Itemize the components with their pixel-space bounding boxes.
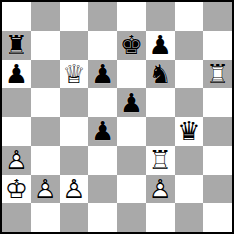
square-g6[interactable] xyxy=(175,60,204,89)
black-pawn[interactable]: ♟ xyxy=(91,61,114,87)
black-pawn[interactable]: ♟ xyxy=(148,32,171,58)
square-d7[interactable] xyxy=(88,31,117,60)
square-d8[interactable] xyxy=(88,2,117,31)
square-h1[interactable] xyxy=(203,203,232,232)
piece-outline-layer: ♙ xyxy=(148,174,171,204)
black-pawn[interactable]: ♟ xyxy=(120,90,143,116)
square-h8[interactable] xyxy=(203,2,232,31)
square-g1[interactable] xyxy=(175,203,204,232)
square-c8[interactable] xyxy=(60,2,89,31)
square-c4[interactable] xyxy=(60,117,89,146)
square-b3[interactable] xyxy=(31,146,60,175)
black-knight[interactable]: ♞ xyxy=(148,61,171,87)
square-d2[interactable] xyxy=(88,175,117,204)
square-a6[interactable]: ♟ xyxy=(2,60,31,89)
square-c5[interactable] xyxy=(60,88,89,117)
piece-outline-layer: ♕ xyxy=(62,59,85,89)
square-b6[interactable] xyxy=(31,60,60,89)
square-a8[interactable] xyxy=(2,2,31,31)
square-e7[interactable]: ♚ xyxy=(117,31,146,60)
square-a2[interactable]: ♚♔ xyxy=(2,175,31,204)
black-rook[interactable]: ♜ xyxy=(5,32,28,58)
square-b4[interactable] xyxy=(31,117,60,146)
square-h6[interactable]: ♜♖ xyxy=(203,60,232,89)
square-b1[interactable] xyxy=(31,203,60,232)
square-a7[interactable]: ♜ xyxy=(2,31,31,60)
square-g5[interactable] xyxy=(175,88,204,117)
square-a5[interactable] xyxy=(2,88,31,117)
square-a1[interactable] xyxy=(2,203,31,232)
square-f2[interactable]: ♟♙ xyxy=(146,175,175,204)
square-h4[interactable] xyxy=(203,117,232,146)
piece-outline-layer: ♖ xyxy=(206,59,229,89)
square-d5[interactable] xyxy=(88,88,117,117)
square-e1[interactable] xyxy=(117,203,146,232)
square-d6[interactable]: ♟ xyxy=(88,60,117,89)
black-pawn[interactable]: ♟ xyxy=(91,118,114,144)
square-h7[interactable] xyxy=(203,31,232,60)
square-e4[interactable] xyxy=(117,117,146,146)
square-f3[interactable]: ♜♖ xyxy=(146,146,175,175)
black-pawn[interactable]: ♟ xyxy=(5,61,28,87)
black-queen[interactable]: ♛ xyxy=(177,118,200,144)
square-c2[interactable]: ♟♙ xyxy=(60,175,89,204)
square-f5[interactable] xyxy=(146,88,175,117)
white-king[interactable]: ♚♔ xyxy=(5,176,28,202)
square-f6[interactable]: ♞ xyxy=(146,60,175,89)
square-c1[interactable] xyxy=(60,203,89,232)
piece-outline-layer: ♙ xyxy=(33,174,56,204)
square-f8[interactable] xyxy=(146,2,175,31)
square-b5[interactable] xyxy=(31,88,60,117)
square-d1[interactable] xyxy=(88,203,117,232)
square-g7[interactable] xyxy=(175,31,204,60)
white-pawn[interactable]: ♟♙ xyxy=(33,176,56,202)
white-rook[interactable]: ♜♖ xyxy=(148,147,171,173)
square-g4[interactable]: ♛ xyxy=(175,117,204,146)
square-c6[interactable]: ♛♕ xyxy=(60,60,89,89)
square-e3[interactable] xyxy=(117,146,146,175)
white-pawn[interactable]: ♟♙ xyxy=(62,176,85,202)
white-pawn[interactable]: ♟♙ xyxy=(148,176,171,202)
square-d3[interactable] xyxy=(88,146,117,175)
square-a4[interactable] xyxy=(2,117,31,146)
square-f1[interactable] xyxy=(146,203,175,232)
square-a3[interactable]: ♟♙ xyxy=(2,146,31,175)
square-h2[interactable] xyxy=(203,175,232,204)
black-king[interactable]: ♚ xyxy=(120,32,143,58)
square-c3[interactable] xyxy=(60,146,89,175)
square-e6[interactable] xyxy=(117,60,146,89)
square-f7[interactable]: ♟ xyxy=(146,31,175,60)
square-e2[interactable] xyxy=(117,175,146,204)
white-rook[interactable]: ♜♖ xyxy=(206,61,229,87)
piece-outline-layer: ♙ xyxy=(62,174,85,204)
chess-board: ♜♚♟♟♛♕♟♞♜♖♟♟♛♟♙♜♖♚♔♟♙♟♙♟♙ xyxy=(0,0,234,234)
square-g8[interactable] xyxy=(175,2,204,31)
piece-outline-layer: ♔ xyxy=(5,174,28,204)
square-b7[interactable] xyxy=(31,31,60,60)
white-queen[interactable]: ♛♕ xyxy=(62,61,85,87)
square-h3[interactable] xyxy=(203,146,232,175)
square-e5[interactable]: ♟ xyxy=(117,88,146,117)
square-h5[interactable] xyxy=(203,88,232,117)
square-b8[interactable] xyxy=(31,2,60,31)
piece-outline-layer: ♙ xyxy=(5,145,28,175)
square-f4[interactable] xyxy=(146,117,175,146)
square-c7[interactable] xyxy=(60,31,89,60)
square-g3[interactable] xyxy=(175,146,204,175)
square-d4[interactable]: ♟ xyxy=(88,117,117,146)
square-g2[interactable] xyxy=(175,175,204,204)
square-b2[interactable]: ♟♙ xyxy=(31,175,60,204)
square-e8[interactable] xyxy=(117,2,146,31)
piece-outline-layer: ♖ xyxy=(148,145,171,175)
white-pawn[interactable]: ♟♙ xyxy=(5,147,28,173)
